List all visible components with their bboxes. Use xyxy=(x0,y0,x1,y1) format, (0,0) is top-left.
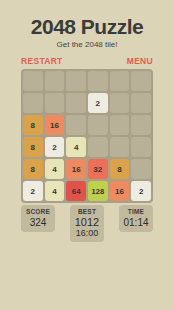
empty-cell xyxy=(88,115,108,135)
best-time-value: 16:00 xyxy=(70,228,104,238)
best-label: BEST xyxy=(70,208,104,215)
toolbar: RESTART MENU xyxy=(21,56,153,66)
time-label: TIME xyxy=(119,208,153,215)
tile-8: 8 xyxy=(110,159,130,179)
app: 2048 Puzzle Get the 2048 tile! RESTART M… xyxy=(0,0,174,242)
tile-2: 2 xyxy=(23,181,43,201)
tile-8: 8 xyxy=(23,115,43,135)
empty-cell xyxy=(110,115,130,135)
board[interactable]: 281682484163282464128162 xyxy=(21,69,153,203)
stats-bar: SCORE 324 BEST 1012 16:00 TIME 01:14 xyxy=(21,205,153,242)
empty-cell xyxy=(131,115,151,135)
tile-32: 32 xyxy=(88,159,108,179)
empty-cell xyxy=(110,71,130,91)
tile-8: 8 xyxy=(23,159,43,179)
score-panel: SCORE 324 xyxy=(21,205,55,232)
tile-2: 2 xyxy=(131,181,151,201)
empty-cell xyxy=(45,71,65,91)
tile-16: 16 xyxy=(45,115,65,135)
best-panel: BEST 1012 16:00 xyxy=(70,205,104,242)
empty-cell xyxy=(88,137,108,157)
empty-cell xyxy=(110,137,130,157)
tile-4: 4 xyxy=(66,137,86,157)
empty-cell xyxy=(131,93,151,113)
tile-2: 2 xyxy=(88,93,108,113)
app-title: 2048 Puzzle xyxy=(0,0,174,39)
tile-16: 16 xyxy=(110,181,130,201)
tile-8: 8 xyxy=(23,137,43,157)
empty-cell xyxy=(66,115,86,135)
best-value: 1012 xyxy=(70,216,104,228)
empty-cell xyxy=(66,71,86,91)
empty-cell xyxy=(131,159,151,179)
time-panel: TIME 01:14 xyxy=(119,205,153,232)
empty-cell xyxy=(45,93,65,113)
empty-cell xyxy=(131,137,151,157)
empty-cell xyxy=(88,71,108,91)
score-value: 324 xyxy=(21,217,55,228)
app-subtitle: Get the 2048 tile! xyxy=(0,40,174,49)
tile-2: 2 xyxy=(45,137,65,157)
empty-cell xyxy=(23,93,43,113)
empty-cell xyxy=(23,71,43,91)
tile-64: 64 xyxy=(66,181,86,201)
tile-128: 128 xyxy=(88,181,108,201)
tile-4: 4 xyxy=(45,159,65,179)
time-value: 01:14 xyxy=(119,217,153,228)
empty-cell xyxy=(110,93,130,113)
score-label: SCORE xyxy=(21,208,55,215)
tile-4: 4 xyxy=(45,181,65,201)
empty-cell xyxy=(131,71,151,91)
empty-cell xyxy=(66,93,86,113)
tile-16: 16 xyxy=(66,159,86,179)
restart-button[interactable]: RESTART xyxy=(21,56,63,66)
menu-button[interactable]: MENU xyxy=(127,56,153,66)
